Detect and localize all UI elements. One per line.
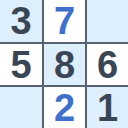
cell-value: 8 — [54, 46, 75, 84]
cell-r1c2[interactable]: 7 — [44, 0, 85, 42]
cell-r3c3[interactable]: 1 — [87, 87, 128, 128]
cell-r2c2[interactable]: 8 — [44, 44, 85, 85]
cell-value: 3 — [10, 2, 31, 40]
cell-value: 7 — [54, 2, 75, 40]
cell-r3c2[interactable]: 2 — [44, 87, 85, 128]
cell-r2c3[interactable]: 6 — [87, 44, 128, 85]
cell-r3c1[interactable] — [0, 87, 42, 128]
cell-value: 2 — [54, 89, 75, 127]
cell-r1c1[interactable]: 3 — [0, 0, 42, 42]
cell-r2c1[interactable]: 5 — [0, 44, 42, 85]
cell-value: 5 — [10, 46, 31, 84]
cell-value: 1 — [97, 89, 118, 127]
sudoku-board: 3 7 5 8 6 2 1 — [0, 0, 128, 128]
cell-r1c3[interactable] — [87, 0, 128, 42]
cell-value: 6 — [97, 46, 118, 84]
